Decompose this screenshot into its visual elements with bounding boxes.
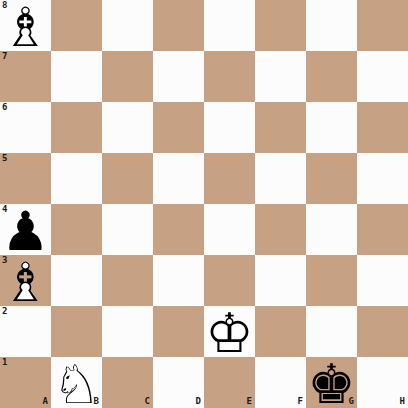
square-e4[interactable] — [204, 204, 255, 255]
square-a7[interactable]: 7 — [0, 51, 51, 102]
rank-label-8: 8 — [2, 1, 7, 10]
square-a5[interactable]: 5 — [0, 153, 51, 204]
square-e6[interactable] — [204, 102, 255, 153]
white-king-fill-icon: ♚ — [204, 308, 255, 359]
square-c1[interactable]: C — [102, 357, 153, 408]
file-label-a: A — [43, 397, 48, 406]
square-g3[interactable] — [306, 255, 357, 306]
file-label-c: C — [145, 397, 150, 406]
square-d4[interactable] — [153, 204, 204, 255]
square-d3[interactable] — [153, 255, 204, 306]
chess-board: 8♝♗7654♟3♝♗2♚♔1AB♞♘CDEFG♚H — [0, 0, 408, 408]
square-a6[interactable]: 6 — [0, 102, 51, 153]
square-h2[interactable] — [357, 306, 408, 357]
white-bishop-piece[interactable]: ♝♗ — [0, 0, 51, 51]
square-f4[interactable] — [255, 204, 306, 255]
square-h7[interactable] — [357, 51, 408, 102]
square-e3[interactable] — [204, 255, 255, 306]
square-e1[interactable]: E — [204, 357, 255, 408]
square-e2[interactable]: ♚♔ — [204, 306, 255, 357]
rank-label-3: 3 — [2, 256, 7, 265]
white-bishop-fill-icon: ♝ — [0, 257, 51, 308]
square-e7[interactable] — [204, 51, 255, 102]
square-c3[interactable] — [102, 255, 153, 306]
square-h4[interactable] — [357, 204, 408, 255]
white-bishop-icon: ♗ — [0, 257, 51, 308]
black-pawn-icon: ♟ — [0, 206, 51, 257]
square-a1[interactable]: 1A — [0, 357, 51, 408]
square-a8[interactable]: 8♝♗ — [0, 0, 51, 51]
square-c2[interactable] — [102, 306, 153, 357]
white-bishop-piece[interactable]: ♝♗ — [0, 255, 51, 306]
rank-label-4: 4 — [2, 205, 7, 214]
rank-label-7: 7 — [2, 52, 7, 61]
square-b8[interactable] — [51, 0, 102, 51]
square-d7[interactable] — [153, 51, 204, 102]
square-h3[interactable] — [357, 255, 408, 306]
rank-label-5: 5 — [2, 154, 7, 163]
square-d2[interactable] — [153, 306, 204, 357]
file-label-b: B — [94, 397, 99, 406]
file-label-e: E — [247, 397, 252, 406]
square-a3[interactable]: 3♝♗ — [0, 255, 51, 306]
square-g1[interactable]: G♚ — [306, 357, 357, 408]
file-label-g: G — [349, 397, 354, 406]
black-pawn-piece[interactable]: ♟ — [0, 204, 51, 255]
square-b7[interactable] — [51, 51, 102, 102]
rank-label-2: 2 — [2, 307, 7, 316]
square-b4[interactable] — [51, 204, 102, 255]
file-label-h: H — [400, 397, 405, 406]
square-g5[interactable] — [306, 153, 357, 204]
square-f7[interactable] — [255, 51, 306, 102]
square-f1[interactable]: F — [255, 357, 306, 408]
square-b5[interactable] — [51, 153, 102, 204]
square-d5[interactable] — [153, 153, 204, 204]
rank-label-6: 6 — [2, 103, 7, 112]
square-b2[interactable] — [51, 306, 102, 357]
square-g7[interactable] — [306, 51, 357, 102]
square-d1[interactable]: D — [153, 357, 204, 408]
square-h6[interactable] — [357, 102, 408, 153]
square-a4[interactable]: 4♟ — [0, 204, 51, 255]
square-f2[interactable] — [255, 306, 306, 357]
square-b6[interactable] — [51, 102, 102, 153]
white-bishop-fill-icon: ♝ — [0, 2, 51, 53]
square-c8[interactable] — [102, 0, 153, 51]
square-e5[interactable] — [204, 153, 255, 204]
square-c6[interactable] — [102, 102, 153, 153]
square-f5[interactable] — [255, 153, 306, 204]
square-f8[interactable] — [255, 0, 306, 51]
square-h5[interactable] — [357, 153, 408, 204]
square-c5[interactable] — [102, 153, 153, 204]
square-c7[interactable] — [102, 51, 153, 102]
square-b1[interactable]: B♞♘ — [51, 357, 102, 408]
square-h8[interactable] — [357, 0, 408, 51]
square-h1[interactable]: H — [357, 357, 408, 408]
square-b3[interactable] — [51, 255, 102, 306]
white-king-icon: ♔ — [204, 308, 255, 359]
file-label-f: F — [298, 397, 303, 406]
square-g6[interactable] — [306, 102, 357, 153]
white-king-piece[interactable]: ♚♔ — [204, 306, 255, 357]
square-g8[interactable] — [306, 0, 357, 51]
square-e8[interactable] — [204, 0, 255, 51]
square-d8[interactable] — [153, 0, 204, 51]
square-d6[interactable] — [153, 102, 204, 153]
square-c4[interactable] — [102, 204, 153, 255]
square-a2[interactable]: 2 — [0, 306, 51, 357]
square-g4[interactable] — [306, 204, 357, 255]
file-label-d: D — [196, 397, 201, 406]
white-bishop-icon: ♗ — [0, 2, 51, 53]
square-g2[interactable] — [306, 306, 357, 357]
square-f3[interactable] — [255, 255, 306, 306]
rank-label-1: 1 — [2, 358, 7, 367]
square-f6[interactable] — [255, 102, 306, 153]
